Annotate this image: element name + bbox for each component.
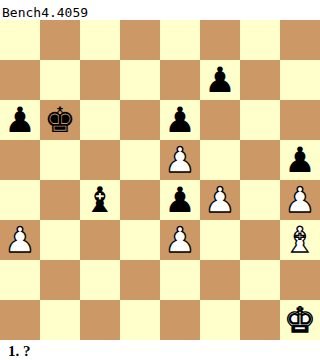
square-c1[interactable] (80, 300, 120, 340)
square-e7[interactable] (160, 60, 200, 100)
move-prompt: 1. ? (8, 343, 31, 359)
square-d6[interactable] (120, 100, 160, 140)
footer-bar: 1. ? (0, 340, 320, 360)
square-c3[interactable] (80, 220, 120, 260)
square-e8[interactable] (160, 20, 200, 60)
square-c6[interactable] (80, 100, 120, 140)
square-h6[interactable] (280, 100, 320, 140)
square-c8[interactable] (80, 20, 120, 60)
square-a7[interactable] (0, 60, 40, 100)
square-a6[interactable]: ♟ (0, 100, 40, 140)
black-pawn-piece[interactable]: ♟ (164, 183, 195, 218)
white-pawn-piece[interactable]: ♟ (204, 183, 235, 218)
square-f8[interactable] (200, 20, 240, 60)
square-d7[interactable] (120, 60, 160, 100)
square-f5[interactable] (200, 140, 240, 180)
white-bishop-piece[interactable]: ♝ (284, 223, 315, 258)
square-b6[interactable]: ♚ (40, 100, 80, 140)
square-e3[interactable]: ♟ (160, 220, 200, 260)
square-e1[interactable] (160, 300, 200, 340)
square-g5[interactable] (240, 140, 280, 180)
square-a1[interactable] (0, 300, 40, 340)
square-d2[interactable] (120, 260, 160, 300)
square-f6[interactable] (200, 100, 240, 140)
square-c2[interactable] (80, 260, 120, 300)
square-g3[interactable] (240, 220, 280, 260)
chess-diagram-page: Bench4.4059 ♟♟♚♟♟♟♝♟♟♟♟♟♝♚ 1. ? (0, 0, 320, 360)
white-pawn-piece[interactable]: ♟ (284, 183, 315, 218)
square-f4[interactable]: ♟ (200, 180, 240, 220)
square-a8[interactable] (0, 20, 40, 60)
square-c4[interactable]: ♝ (80, 180, 120, 220)
white-pawn-piece[interactable]: ♟ (164, 223, 195, 258)
square-h3[interactable]: ♝ (280, 220, 320, 260)
square-b4[interactable] (40, 180, 80, 220)
square-f3[interactable] (200, 220, 240, 260)
square-b2[interactable] (40, 260, 80, 300)
square-h8[interactable] (280, 20, 320, 60)
square-f1[interactable] (200, 300, 240, 340)
square-h1[interactable]: ♚ (280, 300, 320, 340)
square-d4[interactable] (120, 180, 160, 220)
square-e5[interactable]: ♟ (160, 140, 200, 180)
black-pawn-piece[interactable]: ♟ (164, 103, 195, 138)
square-a2[interactable] (0, 260, 40, 300)
square-d1[interactable] (120, 300, 160, 340)
black-pawn-piece[interactable]: ♟ (204, 63, 235, 98)
square-d8[interactable] (120, 20, 160, 60)
square-c7[interactable] (80, 60, 120, 100)
square-h2[interactable] (280, 260, 320, 300)
square-g1[interactable] (240, 300, 280, 340)
black-king-piece[interactable]: ♚ (44, 103, 75, 138)
square-h7[interactable] (280, 60, 320, 100)
square-b5[interactable] (40, 140, 80, 180)
square-f2[interactable] (200, 260, 240, 300)
white-king-piece[interactable]: ♚ (284, 303, 315, 338)
square-b1[interactable] (40, 300, 80, 340)
square-c5[interactable] (80, 140, 120, 180)
diagram-title: Bench4.4059 (2, 5, 88, 20)
white-pawn-piece[interactable]: ♟ (4, 223, 35, 258)
chess-board: ♟♟♚♟♟♟♝♟♟♟♟♟♝♚ (0, 20, 320, 340)
black-pawn-piece[interactable]: ♟ (284, 143, 315, 178)
square-g6[interactable] (240, 100, 280, 140)
black-bishop-piece[interactable]: ♝ (84, 183, 115, 218)
square-g7[interactable] (240, 60, 280, 100)
square-d3[interactable] (120, 220, 160, 260)
black-pawn-piece[interactable]: ♟ (4, 103, 35, 138)
square-b8[interactable] (40, 20, 80, 60)
square-a3[interactable]: ♟ (0, 220, 40, 260)
square-g8[interactable] (240, 20, 280, 60)
square-h4[interactable]: ♟ (280, 180, 320, 220)
square-d5[interactable] (120, 140, 160, 180)
square-b3[interactable] (40, 220, 80, 260)
title-bar: Bench4.4059 (0, 0, 320, 20)
square-a4[interactable] (0, 180, 40, 220)
square-e6[interactable]: ♟ (160, 100, 200, 140)
square-e4[interactable]: ♟ (160, 180, 200, 220)
square-e2[interactable] (160, 260, 200, 300)
white-pawn-piece[interactable]: ♟ (164, 143, 195, 178)
square-h5[interactable]: ♟ (280, 140, 320, 180)
square-g2[interactable] (240, 260, 280, 300)
square-b7[interactable] (40, 60, 80, 100)
square-f7[interactable]: ♟ (200, 60, 240, 100)
square-g4[interactable] (240, 180, 280, 220)
square-a5[interactable] (0, 140, 40, 180)
